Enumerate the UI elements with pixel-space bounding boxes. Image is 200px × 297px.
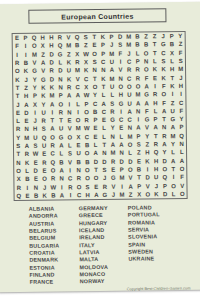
grid-cell: L xyxy=(151,57,160,65)
grid-cell: K xyxy=(39,92,48,100)
grid-cell: P xyxy=(99,41,108,49)
grid-cell: E xyxy=(40,150,49,158)
grid-cell: T xyxy=(150,49,159,57)
grid-cell: W xyxy=(83,124,92,132)
grid-cell: N xyxy=(14,158,23,166)
grid-cell: S xyxy=(81,33,90,41)
grid-cell: B xyxy=(32,191,41,199)
grid-cell: P xyxy=(107,33,116,41)
grid-cell: H xyxy=(177,82,186,90)
grid-cell: I xyxy=(168,90,177,98)
grid-cell: I xyxy=(143,165,152,173)
grid-cell: B xyxy=(168,40,177,48)
grid-cell: E xyxy=(91,124,100,132)
grid-cell: U xyxy=(152,173,161,181)
grid-cell: K xyxy=(168,82,177,90)
grid-cell: M xyxy=(64,42,73,50)
grid-cell: A xyxy=(160,107,169,115)
grid-cell: R xyxy=(14,183,23,191)
grid-cell: I xyxy=(134,115,143,123)
grid-cell: R xyxy=(47,67,56,75)
grid-cell: N xyxy=(116,74,125,82)
grid-cell: Y xyxy=(108,124,117,132)
grid-cell: I xyxy=(57,183,66,191)
grid-cell: G xyxy=(109,174,118,182)
grid-cell: O xyxy=(142,49,151,57)
grid-cell: C xyxy=(125,116,134,124)
grid-cell: W xyxy=(82,91,91,99)
grid-cell: E xyxy=(117,124,126,132)
grid-cell: C xyxy=(66,174,75,182)
grid-cell: B xyxy=(83,141,92,149)
grid-cell: K xyxy=(23,158,32,166)
grid-cell: H xyxy=(47,34,56,42)
grid-cell: B xyxy=(83,158,92,166)
grid-cell: M xyxy=(126,132,135,140)
grid-cell: T xyxy=(100,141,109,149)
grid-cell: B xyxy=(91,108,100,116)
grid-cell: A xyxy=(108,66,117,74)
grid-cell: B xyxy=(74,158,83,166)
grid-cell: L xyxy=(14,117,23,125)
grid-cell: P xyxy=(135,182,144,190)
grid-cell: M xyxy=(118,190,127,198)
grid-cell: T xyxy=(13,84,22,92)
grid-cell: M xyxy=(73,66,82,74)
grid-cell: Y xyxy=(177,115,186,123)
grid-cell: D xyxy=(161,190,170,198)
grid-cell: A xyxy=(58,191,67,199)
grid-cell: Y xyxy=(39,100,48,108)
grid-cell: S xyxy=(14,142,23,150)
grid-cell: L xyxy=(177,148,186,156)
grid-cell: C xyxy=(75,191,84,199)
grid-cell: K xyxy=(99,74,108,82)
grid-cell: N xyxy=(100,149,109,157)
grid-cell: I xyxy=(65,100,74,108)
grid-cell: L xyxy=(100,132,109,140)
grid-cell: I xyxy=(66,166,75,174)
grid-cell: F xyxy=(13,42,22,50)
grid-cell: C xyxy=(73,83,82,91)
grid-cell: A xyxy=(142,82,151,90)
grid-cell: C xyxy=(83,133,92,141)
grid-cell: M xyxy=(109,149,118,157)
grid-cell: B xyxy=(135,165,144,173)
grid-cell: Z xyxy=(143,140,152,148)
grid-cell: R xyxy=(100,182,109,190)
grid-cell: P xyxy=(56,92,65,100)
grid-cell: A xyxy=(39,59,48,67)
grid-cell: K xyxy=(152,190,161,198)
grid-cell: T xyxy=(150,41,159,49)
grid-cell: I xyxy=(21,42,30,50)
grid-cell: T xyxy=(160,115,169,123)
grid-cell: L xyxy=(99,91,108,99)
grid-cell: O xyxy=(56,100,65,108)
grid-cell: V xyxy=(39,67,48,75)
grid-cell: M xyxy=(169,132,178,140)
grid-cell: X xyxy=(73,50,82,58)
grid-cell: E xyxy=(14,109,23,117)
grid-cell: A xyxy=(117,141,126,149)
grid-cell: R xyxy=(73,58,82,66)
grid-cell: P xyxy=(177,123,186,131)
grid-cell: L xyxy=(168,57,177,65)
grid-cell: D xyxy=(116,33,125,41)
grid-cell: Q xyxy=(152,148,161,156)
grid-cell: H xyxy=(151,99,160,107)
grid-cell: N xyxy=(90,66,99,74)
grid-cell: U xyxy=(125,99,134,107)
grid-cell: I xyxy=(13,51,22,59)
grid-cell: L xyxy=(126,149,135,157)
grid-cell: S xyxy=(134,140,143,148)
grid-cell: E xyxy=(90,41,99,49)
grid-cell: V xyxy=(65,125,74,133)
grid-cell: T xyxy=(99,83,108,91)
grid-cell: R xyxy=(109,157,118,165)
grid-cell: P xyxy=(91,116,100,124)
grid-cell: K xyxy=(143,157,152,165)
grid-cell: U xyxy=(31,133,40,141)
grid-cell: O xyxy=(91,83,100,91)
grid-cell: T xyxy=(92,166,101,174)
grid-cell: C xyxy=(91,99,100,107)
grid-cell: B xyxy=(73,42,82,50)
grid-cell: E xyxy=(100,116,109,124)
grid-cell: A xyxy=(57,166,66,174)
grid-cell: Y xyxy=(169,140,178,148)
copyright-text: Copyright Best-Children-Games.com xyxy=(127,286,191,291)
grid-cell: M xyxy=(108,74,117,82)
grid-cell: M xyxy=(176,65,185,73)
grid-cell: R xyxy=(56,33,65,41)
grid-cell: O xyxy=(125,82,134,90)
grid-cell: O xyxy=(14,167,23,175)
grid-cell: E xyxy=(74,141,83,149)
grid-cell: N xyxy=(99,66,108,74)
grid-cell: L xyxy=(66,141,75,149)
grid-cell: Y xyxy=(91,91,100,99)
grid-cell: S xyxy=(90,58,99,66)
grid-cell: C xyxy=(48,150,57,158)
grid-cell: M xyxy=(107,49,116,57)
grid-cell: J xyxy=(31,117,40,125)
grid-cell: F xyxy=(160,99,169,107)
grid-cell: O xyxy=(178,190,187,198)
grid-cell: Y xyxy=(30,84,39,92)
grid-cell: D xyxy=(143,173,152,181)
grid-cell: G xyxy=(142,90,151,98)
grid-cell: F xyxy=(143,107,152,115)
grid-cell: E xyxy=(92,182,101,190)
grid-cell: A xyxy=(65,91,74,99)
grid-cell: G xyxy=(101,191,110,199)
grid-cell: L xyxy=(57,150,66,158)
word-list: ALBANIAANDORRAAUSTRIABELARUSBELGIUMBULGA… xyxy=(0,204,199,288)
grid-cell: M xyxy=(134,91,143,99)
grid-cell: K xyxy=(82,66,91,74)
grid-cell: B xyxy=(22,59,31,67)
word-item: SLOVENIA xyxy=(128,234,160,242)
grid-cell: B xyxy=(57,158,66,166)
grid-cell: O xyxy=(40,175,49,183)
grid-cell: J xyxy=(13,100,22,108)
grid-cell: N xyxy=(108,132,117,140)
grid-cell: Z xyxy=(126,190,135,198)
grid-cell: H xyxy=(143,149,152,157)
grid-cell: Q xyxy=(15,192,24,200)
grid-cell: O xyxy=(65,133,74,141)
grid-cell: R xyxy=(14,125,23,133)
grid-cell: A xyxy=(109,141,118,149)
grid-cell: Z xyxy=(64,50,73,58)
grid-cell: I xyxy=(116,58,125,66)
grid-cell: L xyxy=(56,58,65,66)
grid-cell: H xyxy=(22,92,31,100)
grid-cell: X xyxy=(39,42,48,50)
grid-cell: L xyxy=(108,91,117,99)
grid-cell: E xyxy=(91,133,100,141)
grid-cell: F xyxy=(159,82,168,90)
grid-cell: H xyxy=(152,165,161,173)
grid-cell: R xyxy=(23,150,32,158)
grid-cell: R xyxy=(134,74,143,82)
grid-cell: T xyxy=(135,174,144,182)
grid-cell: A xyxy=(125,107,134,115)
grid-cell: C xyxy=(100,108,109,116)
grid-cell: Z xyxy=(142,32,151,40)
word-item: NORWAY xyxy=(80,278,109,286)
grid-cell: I xyxy=(177,90,186,98)
grid-cell: D xyxy=(48,75,57,83)
grid-cell: K xyxy=(151,65,160,73)
grid-cell: A xyxy=(126,182,135,190)
grid-cell: R xyxy=(160,132,169,140)
grid-cell: C xyxy=(177,98,186,106)
grid-cell: I xyxy=(48,108,57,116)
grid-cell: V xyxy=(30,59,39,67)
grid-cell: O xyxy=(178,165,187,173)
grid-cell: X xyxy=(135,190,144,198)
grid-cell: S xyxy=(66,150,75,158)
grid-cell: A xyxy=(91,149,100,157)
grid-cell: T xyxy=(151,132,160,140)
grid-cell: I xyxy=(169,173,178,181)
grid-cell: T xyxy=(57,116,66,124)
grid-cell: O xyxy=(49,166,58,174)
grid-cell: E xyxy=(40,166,49,174)
grid-cell: Q xyxy=(73,33,82,41)
grid-cell: O xyxy=(126,140,135,148)
grid-cell: O xyxy=(92,174,101,182)
word-item: UKRAINE xyxy=(128,256,160,264)
grid-cell: P xyxy=(31,92,40,100)
grid-cell: K xyxy=(39,83,48,91)
grid-cell: R xyxy=(82,116,91,124)
grid-cell: O xyxy=(83,149,92,157)
grid-cell: H xyxy=(152,157,161,165)
grid-cell: O xyxy=(116,82,125,90)
grid-cell: A xyxy=(169,157,178,165)
grid-cell: Z xyxy=(168,98,177,106)
grid-cell: F xyxy=(178,173,187,181)
grid-cell: Z xyxy=(150,32,159,40)
grid-cell: D xyxy=(22,109,31,117)
grid-cell: N xyxy=(57,175,66,183)
grid-cell: M xyxy=(48,92,57,100)
grid-cell: M xyxy=(125,41,134,49)
grid-cell: Y xyxy=(14,134,23,142)
grid-cell: O xyxy=(83,166,92,174)
grid-cell: Q xyxy=(177,132,186,140)
grid-cell: M xyxy=(118,174,127,182)
grid-cell: K xyxy=(13,75,22,83)
grid-cell: L xyxy=(117,132,126,140)
grid-cell: B xyxy=(133,32,142,40)
grid-cell: C xyxy=(125,74,134,82)
grid-cell: D xyxy=(47,50,56,58)
grid-cell: C xyxy=(125,57,134,65)
grid-cell: F xyxy=(116,49,125,57)
grid-cell: N xyxy=(56,83,65,91)
word-item: PORTUGAL xyxy=(128,212,160,220)
grid-cell: O xyxy=(13,67,22,75)
grid-cell: Y xyxy=(176,32,185,40)
puzzle-page: European Countries EPQHHRVQSTKPDMBZZJPYF… xyxy=(0,2,200,292)
grid-cell: Q xyxy=(161,173,170,181)
grid-cell: R xyxy=(125,66,134,74)
grid-cell: P xyxy=(167,32,176,40)
grid-cell: Q xyxy=(49,158,58,166)
grid-cell: C xyxy=(82,75,91,83)
grid-cell: V xyxy=(64,33,73,41)
grid-cell: D xyxy=(126,157,135,165)
grid-cell: R xyxy=(48,141,57,149)
grid-cell: M xyxy=(22,133,31,141)
grid-cell: J xyxy=(107,41,116,49)
grid-cell: N xyxy=(32,183,41,191)
grid-cell: D xyxy=(117,157,126,165)
word-search-grid: EPQHHRVQSTKPDMBZZJPYFIOXHQMBZEPJSMBBTGBZ… xyxy=(12,31,188,201)
grid-cell: O xyxy=(83,174,92,182)
grid-cell: Y xyxy=(30,75,39,83)
grid-cell: U xyxy=(125,91,134,99)
grid-cell: E xyxy=(31,158,40,166)
grid-cell: N xyxy=(160,123,169,131)
grid-cell: J xyxy=(125,49,134,57)
grid-cell: S xyxy=(40,125,49,133)
page-title: European Countries xyxy=(28,8,166,24)
word-item: IRELAND xyxy=(79,234,108,242)
grid-cell: H xyxy=(83,191,92,199)
grid-cell: O xyxy=(74,116,83,124)
grid-cell: E xyxy=(151,74,160,82)
grid-cell: S xyxy=(159,57,168,65)
grid-cell: O xyxy=(134,82,143,90)
grid-cell: D xyxy=(47,58,56,66)
grid-cell: O xyxy=(48,133,57,141)
grid-cell: Q xyxy=(40,133,49,141)
grid-cell: N xyxy=(22,125,31,133)
grid-cell: U xyxy=(168,107,177,115)
grid-cell: V xyxy=(73,75,82,83)
grid-cell: V xyxy=(143,124,152,132)
grid-cell: V xyxy=(116,66,125,74)
grid-cell: G xyxy=(30,67,39,75)
word-column: POLANDPORTUGALROMANIASERVIASLOVENIASPAIN… xyxy=(128,204,161,263)
grid-cell: B xyxy=(49,191,58,199)
grid-cell: A xyxy=(169,123,178,131)
grid-cell: T xyxy=(14,150,23,158)
grid-cell: L xyxy=(23,167,32,175)
word-item: ANDORRA xyxy=(29,213,59,221)
grid-cell: R xyxy=(66,183,75,191)
grid-cell: P xyxy=(161,182,170,190)
grid-cell: G xyxy=(168,115,177,123)
grid-cell: P xyxy=(99,49,108,57)
grid-cell: H xyxy=(31,125,40,133)
grid-cell: T xyxy=(168,74,177,82)
grid-cell: R xyxy=(65,83,74,91)
grid-cell: T xyxy=(48,117,57,125)
grid-cell: Z xyxy=(82,41,91,49)
grid-cell: A xyxy=(151,124,160,132)
grid-cell: Q xyxy=(56,42,65,50)
grid-cell: U xyxy=(108,58,117,66)
grid-cell: A xyxy=(134,99,143,107)
grid-cell: U xyxy=(40,142,49,150)
grid-cell: K xyxy=(40,191,49,199)
grid-cell: I xyxy=(21,50,30,58)
grid-cell: E xyxy=(13,34,22,42)
grid-cell: D xyxy=(56,67,65,75)
grid-cell: K xyxy=(65,58,74,66)
grid-cell: K xyxy=(159,74,168,82)
grid-cell: K xyxy=(65,75,74,83)
grid-cell: E xyxy=(109,166,118,174)
grid-cell: I xyxy=(118,182,127,190)
grid-cell: O xyxy=(82,108,91,116)
grid-cell: S xyxy=(100,166,109,174)
grid-cell: I xyxy=(74,108,83,116)
grid-cell: J xyxy=(109,190,118,198)
grid-cell: S xyxy=(108,99,117,107)
grid-cell: N xyxy=(56,75,65,83)
grid-cell: C xyxy=(159,49,168,57)
grid-cell: L xyxy=(100,124,109,132)
grid-cell: H xyxy=(47,42,56,50)
grid-cell: P xyxy=(21,34,30,42)
grid-cell: R xyxy=(40,158,49,166)
grid-cell: I xyxy=(66,191,75,199)
grid-cell: R xyxy=(75,174,84,182)
grid-cell: P xyxy=(133,57,142,65)
grid-cell: B xyxy=(133,41,142,49)
grid-cell: T xyxy=(91,75,100,83)
grid-cell: N xyxy=(126,124,135,132)
grid-cell: E xyxy=(65,116,74,124)
grid-cell: G xyxy=(39,75,48,83)
grid-cell: F xyxy=(142,74,151,82)
grid-cell: A xyxy=(99,99,108,107)
grid-cell: L xyxy=(74,100,83,108)
grid-cell: T xyxy=(13,92,22,100)
grid-cell: A xyxy=(142,99,151,107)
grid-cell: Y xyxy=(160,148,169,156)
grid-cell: O xyxy=(169,181,178,189)
